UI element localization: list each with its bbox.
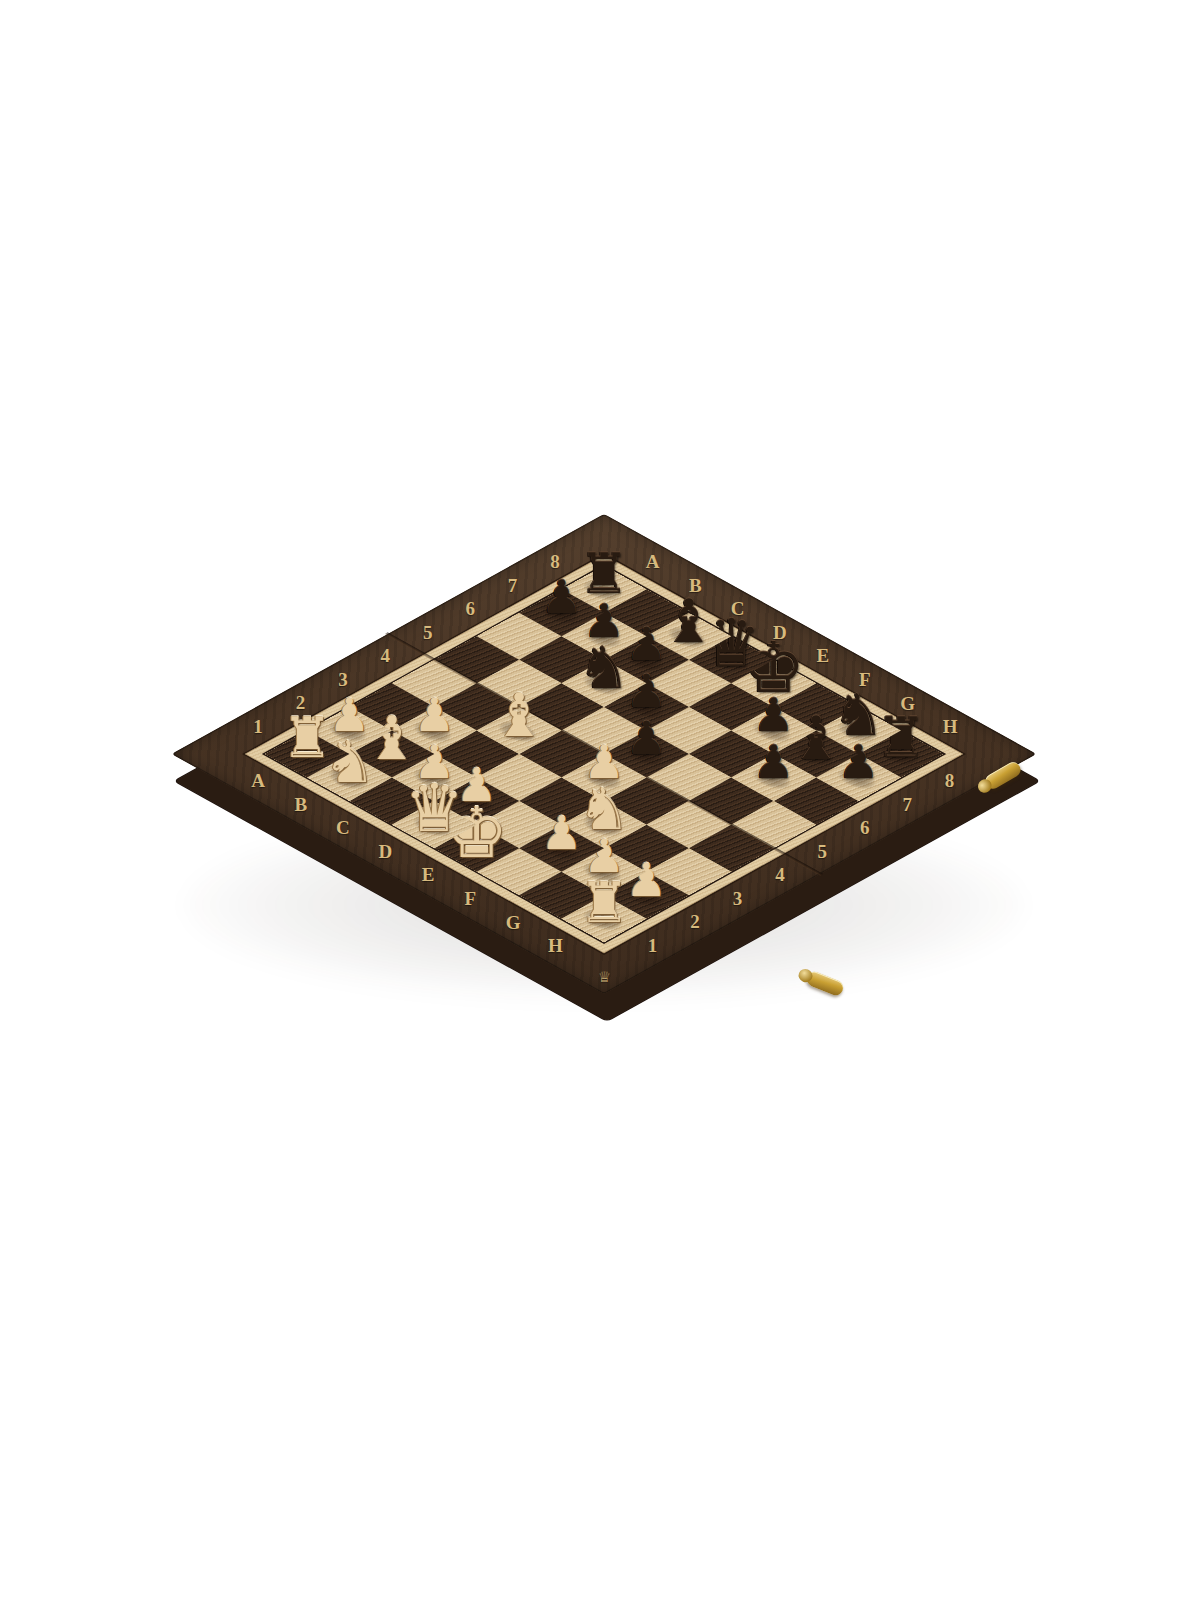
piece-contact-shadow <box>321 717 374 746</box>
rank-label-8: 8 <box>550 551 560 573</box>
file-label-F: F <box>465 888 477 910</box>
brand-mark: ♕ <box>597 968 610 986</box>
piece-contact-shadow <box>831 764 884 793</box>
rank-label-1: 1 <box>253 716 263 738</box>
piece-contact-shadow <box>618 646 671 675</box>
file-label-G: G <box>505 911 520 933</box>
file-label-A: A <box>646 551 660 573</box>
piece-contact-shadow <box>576 623 629 652</box>
piece-contact-shadow <box>831 717 884 746</box>
rank-label-1: 1 <box>648 935 657 957</box>
rank-label-6: 6 <box>466 598 476 620</box>
file-label-H: H <box>548 935 563 957</box>
rank-label-2: 2 <box>690 911 700 933</box>
rank-label-3: 3 <box>733 888 743 910</box>
piece-contact-shadow <box>618 693 671 722</box>
piece-contact-shadow <box>406 764 459 793</box>
piece-contact-shadow <box>321 764 374 793</box>
file-label-D: D <box>773 622 787 644</box>
rank-label-2: 2 <box>296 692 306 714</box>
piece-contact-shadow <box>746 670 799 699</box>
rank-label-6: 6 <box>860 817 869 839</box>
piece-contact-shadow <box>534 599 587 628</box>
piece-contact-shadow <box>576 576 629 605</box>
rank-label-7: 7 <box>903 794 912 816</box>
piece-contact-shadow <box>576 905 629 934</box>
piece-contact-shadow <box>491 717 544 746</box>
file-label-F: F <box>859 669 871 691</box>
piece-contact-shadow <box>788 740 841 769</box>
rank-label-8: 8 <box>945 770 954 792</box>
piece-contact-shadow <box>449 787 502 816</box>
file-label-B: B <box>294 794 307 816</box>
piece-contact-shadow <box>576 764 629 793</box>
piece-contact-shadow <box>449 835 502 864</box>
piece-contact-shadow <box>576 670 629 699</box>
rank-label-3: 3 <box>338 669 348 691</box>
piece-contact-shadow <box>618 882 671 911</box>
piece-contact-shadow <box>279 740 332 769</box>
piece-contact-shadow <box>703 646 756 675</box>
file-label-B: B <box>689 575 702 597</box>
rank-label-7: 7 <box>508 575 517 597</box>
product-photo-canvas: ♜♝♛♚♞♜♟♟♟♟♝♟♞♟♟♟♝♟♟♞♟♝♟♟♟♟♟♜♞♛♚♜ ABCDEFG… <box>0 0 1200 1600</box>
file-label-G: G <box>900 692 915 714</box>
file-label-C: C <box>336 817 350 839</box>
piece-contact-shadow <box>534 835 587 864</box>
file-label-C: C <box>731 598 745 620</box>
rank-label-4: 4 <box>775 864 785 886</box>
file-label-D: D <box>379 841 393 863</box>
piece-contact-shadow <box>873 740 926 769</box>
piece-contact-shadow <box>618 740 671 769</box>
file-label-A: A <box>251 770 265 792</box>
piece-contact-shadow <box>746 764 799 793</box>
rank-label-5: 5 <box>423 622 433 644</box>
piece-contact-shadow <box>661 623 714 652</box>
piece-contact-shadow <box>576 811 629 840</box>
piece-contact-shadow <box>576 858 629 887</box>
piece-contact-shadow <box>746 717 799 746</box>
file-label-H: H <box>942 716 957 738</box>
file-label-E: E <box>816 645 829 667</box>
file-label-E: E <box>422 864 435 886</box>
rank-label-5: 5 <box>818 841 828 863</box>
rank-label-4: 4 <box>381 645 391 667</box>
piece-contact-shadow <box>406 717 459 746</box>
piece-contact-shadow <box>364 740 417 769</box>
piece-contact-shadow <box>406 811 459 840</box>
